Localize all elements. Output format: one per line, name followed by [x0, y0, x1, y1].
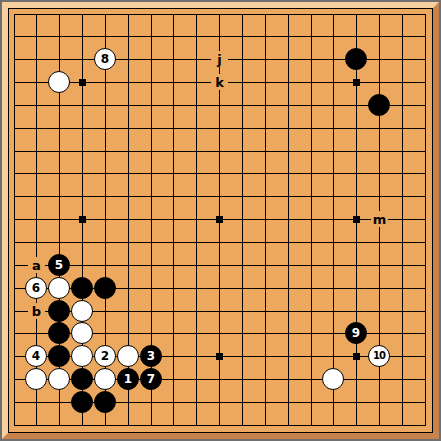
grid-line-vertical [196, 14, 197, 426]
stone-white-move-4: 4 [25, 345, 47, 367]
stone-white [322, 368, 344, 390]
move-number: 1 [124, 373, 132, 385]
stone-black [71, 368, 93, 390]
move-number: 4 [32, 350, 40, 362]
grid-line-horizontal [14, 128, 426, 129]
move-number: 8 [101, 53, 109, 65]
move-number: 6 [32, 282, 40, 294]
star-point [79, 216, 86, 223]
stone-black [94, 277, 116, 299]
grid-line-vertical [242, 14, 243, 426]
stone-white-move-2: 2 [94, 345, 116, 367]
star-point [353, 216, 360, 223]
grid-line-horizontal [14, 265, 426, 266]
stone-white [25, 368, 47, 390]
grid-line-horizontal [14, 425, 426, 426]
star-point [353, 79, 360, 86]
stone-black [48, 345, 70, 367]
grid-line-vertical [173, 14, 174, 426]
stone-black-move-9: 9 [345, 322, 367, 344]
grid-line-horizontal [14, 173, 426, 174]
stone-black [368, 94, 390, 116]
stone-white-move-10: 10 [368, 345, 390, 367]
stone-black-move-3: 3 [140, 345, 162, 367]
move-number: 5 [55, 259, 63, 271]
grid-line-vertical [402, 14, 403, 426]
star-point [353, 353, 360, 360]
grid-line-horizontal [14, 151, 426, 152]
stone-black [48, 300, 70, 322]
stone-black [71, 277, 93, 299]
stone-black-move-5: 5 [48, 254, 70, 276]
grid-line-horizontal [14, 242, 426, 243]
stone-black [345, 48, 367, 70]
stone-white [71, 322, 93, 344]
stone-black [48, 322, 70, 344]
grid-line-horizontal [14, 196, 426, 197]
grid-line-horizontal [14, 36, 426, 37]
star-point [79, 79, 86, 86]
point-label-m: m [371, 211, 388, 227]
stone-white [71, 345, 93, 367]
stone-white [48, 277, 70, 299]
point-label-a: a [28, 257, 45, 273]
stone-black-move-7: 7 [140, 368, 162, 390]
stone-white-move-8: 8 [94, 48, 116, 70]
stone-black [71, 391, 93, 413]
move-number: 10 [373, 351, 385, 361]
stone-white [117, 345, 139, 367]
point-label-j: j [211, 51, 228, 67]
stone-white [94, 368, 116, 390]
stone-white [48, 71, 70, 93]
stone-white [48, 368, 70, 390]
stone-white-move-6: 6 [25, 277, 47, 299]
move-number: 3 [147, 350, 155, 362]
star-point [216, 353, 223, 360]
move-number: 2 [101, 350, 109, 362]
grid-line-vertical [311, 14, 312, 426]
move-number: 7 [147, 373, 155, 385]
move-number: 9 [352, 327, 360, 339]
stone-black-move-1: 1 [117, 368, 139, 390]
go-board-frame: abjkm12345678910 [0, 0, 441, 441]
grid-line-horizontal [14, 14, 426, 15]
grid-line-vertical [288, 14, 289, 426]
stone-white [71, 300, 93, 322]
star-point [216, 216, 223, 223]
grid-line-horizontal [14, 105, 426, 106]
stone-black [94, 391, 116, 413]
point-label-b: b [28, 303, 45, 319]
point-label-k: k [211, 74, 228, 90]
grid-line-vertical [265, 14, 266, 426]
grid-line-vertical [14, 14, 15, 426]
grid-line-vertical [425, 14, 426, 426]
grid-line-vertical [333, 14, 334, 426]
